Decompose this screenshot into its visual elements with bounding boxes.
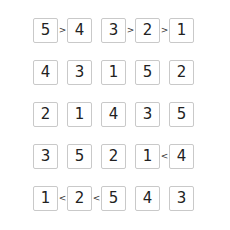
ineq-r2-c2c3 xyxy=(92,60,101,85)
board-row-2: 4 3 1 5 2 xyxy=(33,60,194,85)
ineq-r5-c4c5 xyxy=(160,186,169,211)
cell-r1c4[interactable]: 2 xyxy=(135,18,160,43)
cell-r4c4[interactable]: 1 xyxy=(135,144,160,169)
cell-r1c5[interactable]: 1 xyxy=(169,18,194,43)
cell-r5c1[interactable]: 1 xyxy=(33,186,58,211)
board-row-4: 3 5 2 1 < 4 xyxy=(33,144,194,169)
cell-r3c1[interactable]: 2 xyxy=(33,102,58,127)
cell-r3c2[interactable]: 1 xyxy=(67,102,92,127)
futoshiki-board: 5 > 4 3 > 2 > 1 4 3 1 5 2 2 1 4 xyxy=(33,18,194,211)
ineq-r1-c4c5: > xyxy=(160,18,169,43)
ineq-r5-c2c3: < xyxy=(92,186,101,211)
board-row-3: 2 1 4 3 5 xyxy=(33,102,194,127)
ineq-r1-c3c4: > xyxy=(126,18,135,43)
cell-r3c4[interactable]: 3 xyxy=(135,102,160,127)
cell-r1c3[interactable]: 3 xyxy=(101,18,126,43)
cell-r5c5[interactable]: 3 xyxy=(169,186,194,211)
cell-r5c2[interactable]: 2 xyxy=(67,186,92,211)
cell-r2c1[interactable]: 4 xyxy=(33,60,58,85)
cell-r5c4[interactable]: 4 xyxy=(135,186,160,211)
ineq-r4-c4c5: < xyxy=(160,144,169,169)
ineq-r3-c2c3 xyxy=(92,102,101,127)
cell-r3c5[interactable]: 5 xyxy=(169,102,194,127)
cell-r2c2[interactable]: 3 xyxy=(67,60,92,85)
cell-r4c1[interactable]: 3 xyxy=(33,144,58,169)
ineq-r1-c1c2: > xyxy=(58,18,67,43)
cell-r4c5[interactable]: 4 xyxy=(169,144,194,169)
ineq-r2-c1c2 xyxy=(58,60,67,85)
futoshiki-page: 5 > 4 3 > 2 > 1 4 3 1 5 2 2 1 4 xyxy=(0,0,230,230)
board-row-5: 1 < 2 < 5 4 3 xyxy=(33,186,194,211)
cell-r2c5[interactable]: 2 xyxy=(169,60,194,85)
cell-r1c2[interactable]: 4 xyxy=(67,18,92,43)
cell-r2c3[interactable]: 1 xyxy=(101,60,126,85)
ineq-r1-c2c3 xyxy=(92,18,101,43)
cell-r2c4[interactable]: 5 xyxy=(135,60,160,85)
cell-r4c3[interactable]: 2 xyxy=(101,144,126,169)
ineq-r5-c1c2: < xyxy=(58,186,67,211)
cell-r3c3[interactable]: 4 xyxy=(101,102,126,127)
ineq-r4-c1c2 xyxy=(58,144,67,169)
board-row-1: 5 > 4 3 > 2 > 1 xyxy=(33,18,194,43)
ineq-r5-c3c4 xyxy=(126,186,135,211)
cell-r4c2[interactable]: 5 xyxy=(67,144,92,169)
ineq-r3-c1c2 xyxy=(58,102,67,127)
ineq-r3-c3c4 xyxy=(126,102,135,127)
cell-r5c3[interactable]: 5 xyxy=(101,186,126,211)
ineq-r4-c2c3 xyxy=(92,144,101,169)
ineq-r2-c3c4 xyxy=(126,60,135,85)
ineq-r2-c4c5 xyxy=(160,60,169,85)
cell-r1c1[interactable]: 5 xyxy=(33,18,58,43)
ineq-r4-c3c4 xyxy=(126,144,135,169)
ineq-r3-c4c5 xyxy=(160,102,169,127)
